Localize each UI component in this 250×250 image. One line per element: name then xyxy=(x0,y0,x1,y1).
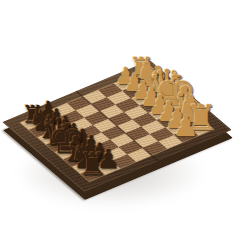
chess-set-photo: ♜♟♞♟♝♟♛♟♚♟♝♟♟♞♜♟♟♜♞♟♟♝♟♛♟♚♟♝♟♞♟♜ xyxy=(0,0,250,250)
